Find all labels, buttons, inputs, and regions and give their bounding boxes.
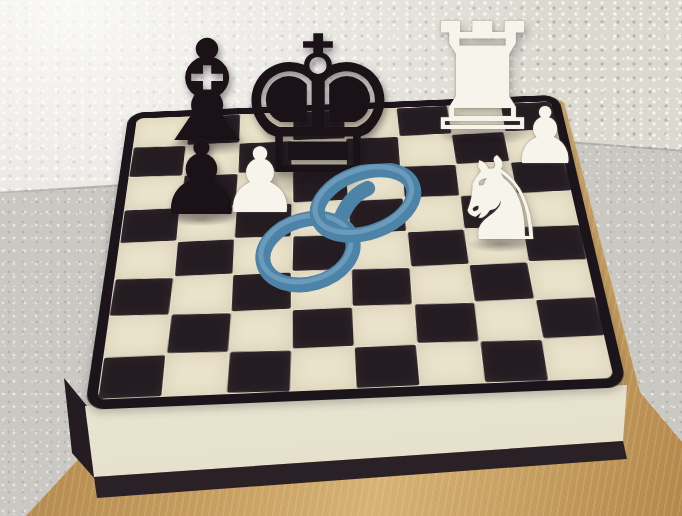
square-h2 [535, 297, 603, 338]
square-d1 [291, 347, 356, 392]
square-a1 [98, 355, 164, 399]
square-a2 [103, 315, 169, 358]
square-b2 [167, 313, 230, 353]
square-g1 [481, 340, 548, 382]
square-f2 [414, 303, 477, 343]
square-c1 [227, 351, 291, 393]
square-f1 [416, 341, 484, 386]
square-a4 [114, 241, 176, 279]
square-g2 [474, 299, 542, 341]
square-b3 [170, 274, 233, 314]
square-g3 [470, 262, 534, 301]
square-h1 [542, 336, 614, 381]
square-e1 [355, 345, 419, 389]
photo-scene: ♝♚♟♟♜♟♞ [0, 0, 682, 516]
square-e2 [352, 304, 416, 346]
square-b1 [162, 352, 229, 397]
square-c2 [228, 309, 291, 351]
number-60-decoration [249, 162, 428, 303]
square-a3 [110, 278, 173, 316]
digit-0-ring [305, 162, 424, 249]
square-b4 [174, 239, 232, 276]
square-d2 [292, 307, 353, 348]
piece-white-knight-g5: ♞ [449, 142, 552, 257]
